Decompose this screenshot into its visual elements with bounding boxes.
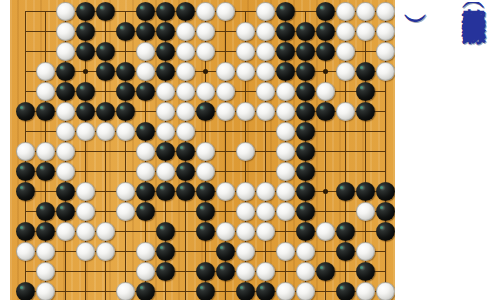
white-stone <box>216 82 235 101</box>
white-stone <box>76 222 95 241</box>
black-stone <box>196 282 215 300</box>
white-stone <box>76 122 95 141</box>
black-stone <box>16 162 35 181</box>
black-stone <box>116 82 135 101</box>
black-stone <box>296 62 315 81</box>
black-stone <box>76 22 95 41</box>
black-stone <box>156 182 175 201</box>
star-point <box>323 69 328 74</box>
black-stone <box>136 182 155 201</box>
white-stone <box>376 42 395 61</box>
white-stone <box>216 222 235 241</box>
white-stone <box>256 182 275 201</box>
black-stone <box>296 22 315 41</box>
white-stone <box>156 162 175 181</box>
black-stone <box>256 282 275 300</box>
black-stone <box>116 62 135 81</box>
white-stone <box>276 102 295 121</box>
white-stone <box>56 102 75 121</box>
white-stone <box>96 222 115 241</box>
white-stone <box>16 242 35 261</box>
black-stone <box>156 242 175 261</box>
black-stone <box>36 222 55 241</box>
black-stone <box>156 2 175 21</box>
black-stone <box>56 202 75 221</box>
black-stone <box>156 222 175 241</box>
black-stone <box>76 42 95 61</box>
black-stone <box>336 182 355 201</box>
black-stone <box>316 42 335 61</box>
black-stone <box>276 62 295 81</box>
white-stone <box>196 162 215 181</box>
black-stone <box>116 22 135 41</box>
black-stone <box>296 222 315 241</box>
white-stone <box>256 62 275 81</box>
black-stone <box>356 62 375 81</box>
white-stone <box>176 42 195 61</box>
white-stone <box>376 22 395 41</box>
white-stone <box>256 102 275 121</box>
black-stone <box>76 102 95 121</box>
white-stone <box>216 62 235 81</box>
black-stone <box>176 142 195 161</box>
white-stone <box>96 122 115 141</box>
white-stone <box>136 62 155 81</box>
black-stone <box>136 202 155 221</box>
black-stone <box>216 242 235 261</box>
white-stone <box>336 102 355 121</box>
white-stone <box>236 242 255 261</box>
page-title-continuation: ） <box>398 0 432 60</box>
black-stone <box>296 142 315 161</box>
black-stone <box>136 122 155 141</box>
black-stone <box>356 262 375 281</box>
star-point <box>323 189 328 194</box>
white-stone <box>196 82 215 101</box>
white-stone <box>356 282 375 300</box>
black-stone <box>76 2 95 21</box>
black-stone <box>296 162 315 181</box>
black-stone <box>376 222 395 241</box>
white-stone <box>216 182 235 201</box>
black-stone <box>276 2 295 21</box>
black-stone <box>296 82 315 101</box>
white-stone <box>276 242 295 261</box>
white-stone <box>56 42 75 61</box>
black-stone <box>136 2 155 21</box>
white-stone <box>176 82 195 101</box>
black-stone <box>316 102 335 121</box>
black-stone <box>356 102 375 121</box>
white-stone <box>36 62 55 81</box>
white-stone <box>296 262 315 281</box>
white-stone <box>276 122 295 141</box>
white-stone <box>116 282 135 300</box>
white-stone <box>36 142 55 161</box>
white-stone <box>196 2 215 21</box>
white-stone <box>136 162 155 181</box>
white-stone <box>276 82 295 101</box>
black-stone <box>156 262 175 281</box>
black-stone <box>96 62 115 81</box>
white-stone <box>176 122 195 141</box>
black-stone <box>316 2 335 21</box>
white-stone <box>136 142 155 161</box>
white-stone <box>256 82 275 101</box>
black-stone <box>196 202 215 221</box>
black-stone <box>16 282 35 300</box>
white-stone <box>56 142 75 161</box>
black-stone <box>276 22 295 41</box>
black-stone <box>16 102 35 121</box>
white-stone <box>276 182 295 201</box>
black-stone <box>196 222 215 241</box>
black-stone <box>16 222 35 241</box>
white-stone <box>156 82 175 101</box>
black-stone <box>156 42 175 61</box>
white-stone <box>56 22 75 41</box>
black-stone <box>236 282 255 300</box>
white-stone <box>356 22 375 41</box>
white-stone <box>56 162 75 181</box>
black-stone <box>176 2 195 21</box>
black-stone <box>296 122 315 141</box>
white-stone <box>176 102 195 121</box>
black-stone <box>356 82 375 101</box>
white-stone <box>336 62 355 81</box>
black-stone <box>276 42 295 61</box>
white-stone <box>376 2 395 21</box>
black-stone <box>216 262 235 281</box>
white-stone <box>196 142 215 161</box>
black-stone <box>56 82 75 101</box>
black-stone <box>316 22 335 41</box>
white-stone <box>56 2 75 21</box>
go-board[interactable] <box>10 0 395 300</box>
white-stone <box>376 282 395 300</box>
black-stone <box>336 242 355 261</box>
screenshot-stage: 有效的圍棋數子技巧（中國數 ） <box>0 0 500 300</box>
black-stone <box>156 22 175 41</box>
black-stone <box>316 262 335 281</box>
white-stone <box>276 162 295 181</box>
white-stone <box>276 142 295 161</box>
white-stone <box>76 242 95 261</box>
white-stone <box>76 182 95 201</box>
black-stone <box>376 202 395 221</box>
white-stone <box>36 282 55 300</box>
black-stone <box>56 62 75 81</box>
white-stone <box>256 262 275 281</box>
white-stone <box>236 102 255 121</box>
black-stone <box>76 82 95 101</box>
white-stone <box>136 262 155 281</box>
white-stone <box>296 282 315 300</box>
white-stone <box>196 42 215 61</box>
white-stone <box>356 2 375 21</box>
black-stone <box>176 182 195 201</box>
white-stone <box>236 182 255 201</box>
white-stone <box>336 42 355 61</box>
black-stone <box>136 22 155 41</box>
black-stone <box>336 222 355 241</box>
black-stone <box>96 2 115 21</box>
white-stone <box>356 202 375 221</box>
black-stone <box>36 202 55 221</box>
white-stone <box>256 2 275 21</box>
white-stone <box>36 82 55 101</box>
white-stone <box>236 22 255 41</box>
black-stone <box>156 142 175 161</box>
white-stone <box>56 222 75 241</box>
black-stone <box>136 282 155 300</box>
white-stone <box>236 262 255 281</box>
white-stone <box>256 22 275 41</box>
white-stone <box>116 202 135 221</box>
black-stone <box>176 162 195 181</box>
board-gridline-vertical <box>125 11 126 300</box>
white-stone <box>56 122 75 141</box>
white-stone <box>236 142 255 161</box>
black-stone <box>36 102 55 121</box>
white-stone <box>236 42 255 61</box>
white-stone <box>156 122 175 141</box>
white-stone <box>116 182 135 201</box>
white-stone <box>236 202 255 221</box>
black-stone <box>356 182 375 201</box>
star-point <box>83 69 88 74</box>
black-stone <box>16 182 35 201</box>
white-stone <box>296 242 315 261</box>
white-stone <box>316 82 335 101</box>
black-stone <box>96 42 115 61</box>
white-stone <box>336 22 355 41</box>
black-stone <box>296 42 315 61</box>
white-stone <box>316 222 335 241</box>
black-stone <box>196 182 215 201</box>
white-stone <box>16 142 35 161</box>
white-stone <box>236 62 255 81</box>
black-stone <box>96 102 115 121</box>
black-stone <box>296 202 315 221</box>
black-stone <box>196 262 215 281</box>
white-stone <box>76 202 95 221</box>
white-stone <box>136 242 155 261</box>
black-stone <box>56 182 75 201</box>
black-stone <box>36 162 55 181</box>
white-stone <box>276 282 295 300</box>
white-stone <box>376 62 395 81</box>
white-stone <box>256 222 275 241</box>
white-stone <box>176 62 195 81</box>
black-stone <box>116 102 135 121</box>
white-stone <box>216 2 235 21</box>
white-stone <box>356 242 375 261</box>
white-stone <box>256 42 275 61</box>
white-stone <box>236 222 255 241</box>
star-point <box>203 69 208 74</box>
white-stone <box>196 22 215 41</box>
black-stone <box>296 182 315 201</box>
white-stone <box>156 102 175 121</box>
page-title: 有效的圍棋數子技巧（中國數 <box>450 2 490 300</box>
white-stone <box>36 262 55 281</box>
white-stone <box>256 202 275 221</box>
white-stone <box>36 242 55 261</box>
white-stone <box>136 42 155 61</box>
white-stone <box>96 242 115 261</box>
black-stone <box>336 282 355 300</box>
black-stone <box>376 182 395 201</box>
black-stone <box>296 102 315 121</box>
white-stone <box>336 2 355 21</box>
black-stone <box>196 102 215 121</box>
white-stone <box>216 102 235 121</box>
black-stone <box>156 62 175 81</box>
white-stone <box>176 22 195 41</box>
black-stone <box>136 82 155 101</box>
white-stone <box>116 122 135 141</box>
white-stone <box>276 202 295 221</box>
